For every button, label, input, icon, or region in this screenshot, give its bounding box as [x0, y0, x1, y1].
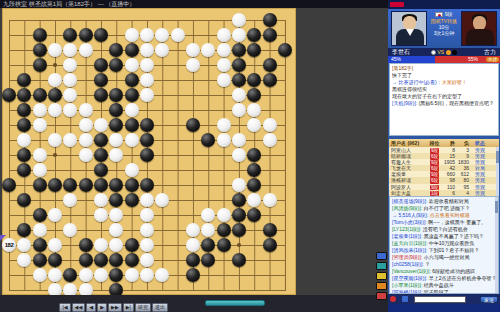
black-stone — [33, 88, 47, 102]
black-stone — [232, 223, 246, 237]
black-stone — [125, 178, 139, 192]
black-stone — [232, 208, 246, 222]
chat-box[interactable]: [棋圣道场(9段)]: 欢迎收看精彩对局[风清扬(9段)]: 白不行了吧 还能下… — [389, 196, 499, 294]
nav-button-[interactable]: ▶| — [123, 303, 134, 312]
black-stone — [263, 28, 277, 42]
black-stone — [33, 238, 47, 252]
white-stone — [125, 268, 139, 282]
user-list[interactable]: 阿里山人9段83旁观晴耕雨读6段159旁观有趣人生9段19051830旁观飞龙在… — [389, 147, 499, 196]
commentary-segment: → 比赛进行中(必看)： — [392, 79, 442, 85]
white-stone — [94, 118, 108, 132]
black-stone — [48, 88, 62, 102]
black-stone — [140, 118, 154, 132]
korea-flag-icon — [435, 12, 443, 17]
white-stone — [186, 223, 200, 237]
white-stone — [217, 28, 231, 42]
chat-segment: 小六与喝~~绝世对局 — [422, 254, 469, 260]
red-window-icon[interactable] — [376, 292, 387, 300]
white-stone — [48, 268, 62, 282]
commentary-segment: [第182手] — [392, 65, 413, 71]
white-stone — [232, 133, 246, 147]
black-stone-icon — [452, 50, 457, 55]
white-stone — [232, 13, 246, 27]
white-stone — [232, 103, 246, 117]
chat-segment: [Vancouver(1段)]: — [392, 268, 431, 274]
rank-label: 9段 — [445, 11, 453, 17]
black-stone — [140, 148, 154, 162]
black-stone — [263, 223, 277, 237]
col-status: 状态 — [470, 139, 490, 147]
white-stone — [140, 253, 154, 267]
black-stone — [186, 268, 200, 282]
white-stone — [33, 103, 47, 117]
chat-segment: 早上2点还在分析机会争夺呀？ — [427, 275, 496, 281]
black-stone — [263, 238, 277, 252]
white-stone — [217, 133, 231, 147]
black-stone — [232, 193, 246, 207]
go-client-window: 九段棋室 棋圣战第1局（第182手） — （直播中） 182 |◀◀◀◀▶▶▶▶… — [0, 0, 500, 312]
col-username: 用户名 (962) — [389, 139, 427, 147]
chat-segment: [风清扬(9段)]: — [392, 205, 422, 211]
nav-button-研究[interactable]: 研究 — [135, 303, 151, 312]
white-stone — [140, 43, 154, 57]
chat-segment: 欢迎收看精彩对局 — [427, 198, 468, 204]
white-stone — [125, 163, 139, 177]
white-stone — [217, 118, 231, 132]
white-stone-icon — [431, 50, 436, 55]
chat-segment: ？ — [424, 261, 430, 267]
chat-segment: [Tom小虎(3段)]: — [392, 219, 427, 225]
commentary-line: 现在最大的官子在右下的定型了 — [392, 93, 496, 100]
match-info: 9段 围棋TV转播 10分 3次1分钟 对局中 — [430, 11, 458, 46]
commentary-segment: 大家好呀！ — [442, 79, 467, 85]
orange-window-icon[interactable] — [376, 282, 387, 290]
chat-segment: [棋圣道场(9段)]: — [392, 198, 427, 204]
black-stone — [94, 88, 108, 102]
white-stone — [263, 133, 277, 147]
black-stone — [79, 238, 93, 252]
black-stone — [33, 28, 47, 42]
avatar-suit — [466, 29, 494, 46]
white-stone — [171, 28, 185, 42]
col-wins: 胜 — [442, 139, 456, 147]
commentary-line: → 比赛进行中(必看)：大家好呀！ — [392, 79, 496, 86]
black-stone — [94, 73, 108, 87]
white-stone — [232, 28, 246, 42]
black-stone — [125, 253, 139, 267]
white-stone — [140, 58, 154, 72]
black-stone — [232, 73, 246, 87]
white-stone — [232, 148, 246, 162]
white-stone — [48, 43, 62, 57]
user-losses: 4 — [456, 190, 470, 196]
chat-segment: 中午10万观众看胜负 — [427, 240, 474, 246]
black-stone — [2, 88, 16, 102]
black-stone — [79, 253, 93, 267]
chat-segment: [ch0258(1段)]: — [392, 261, 424, 267]
player-names-row: 李世石 VS 古力 — [388, 48, 500, 56]
white-stone — [94, 193, 108, 207]
white-stone — [79, 133, 93, 147]
black-stone — [79, 28, 93, 42]
font-color-icon[interactable] — [402, 296, 408, 302]
white-stone — [140, 268, 154, 282]
broadcast-badge-icon — [390, 2, 404, 7]
support-vote-bar[interactable]: 45% 55% 支持 — [388, 56, 500, 63]
commentary-box[interactable]: [第182手]快下完了→ 比赛进行中(必看)：大家好呀！黑棋连得很结实现在最大的… — [389, 63, 499, 136]
floating-tool-icons — [376, 252, 388, 302]
window-title-bar: 九段棋室 棋圣战第1局（第182手） — （直播中） — [0, 0, 388, 8]
chat-line: [Vancouver(1段)]: 6段献给成功的感叹 — [392, 268, 496, 275]
black-stone — [79, 178, 93, 192]
chat-segment: 点击查看实时棋谱 — [428, 212, 469, 218]
white-stone — [263, 193, 277, 207]
black-stone — [232, 58, 246, 72]
white-stone — [217, 208, 231, 222]
black-stone — [140, 178, 154, 192]
black-stone — [217, 223, 231, 237]
commentary-line: 快下完了 — [392, 72, 496, 79]
commentary-line: 黑棋连得很结实 — [392, 86, 496, 93]
user-rank-badge: 1段 — [427, 190, 442, 196]
white-stone — [48, 133, 62, 147]
chat-segment: [老顽童(1段)]: — [392, 233, 422, 239]
avatar-face — [473, 16, 486, 30]
avatar-face — [403, 16, 416, 30]
chat-line: [清风徐来(1段)]: 下到01？君子不贴目？ — [392, 247, 496, 254]
board-toolbar: |◀◀◀◀▶▶▶▶|研究退出 — [0, 295, 388, 312]
black-stone — [33, 253, 47, 267]
black-stone — [125, 238, 139, 252]
black-stone — [125, 88, 139, 102]
black-stone — [94, 253, 108, 267]
black-stone — [48, 253, 62, 267]
black-stone — [186, 118, 200, 132]
chat-line: [LY123(1段)]: 没有吧？白还有机会 — [392, 226, 496, 233]
black-stone — [33, 43, 47, 57]
emoticon-icon[interactable] — [390, 296, 396, 302]
chat-line: [老顽童(1段)]: 黑这盘不真赢了？还下吗？ — [392, 233, 496, 240]
white-stone — [140, 73, 154, 87]
black-stone — [94, 133, 108, 147]
chat-segment: 白不行了吧 还能下？ — [422, 205, 470, 211]
black-stone — [2, 178, 16, 192]
support-right-percent: 55% — [468, 56, 478, 63]
send-button[interactable]: 发送 — [480, 296, 498, 303]
col-rank: 段位 — [427, 139, 442, 147]
white-stone — [125, 103, 139, 117]
white-stone — [186, 238, 200, 252]
chat-line: [小苹果(1段)]: 经典中盘战斗 — [392, 282, 496, 289]
white-stone — [94, 208, 108, 222]
white-stone — [140, 208, 154, 222]
white-stone — [79, 268, 93, 282]
byoyomi-label: 3次1分钟 — [430, 30, 458, 36]
chat-segment: [清风徐来(1段)]: — [392, 247, 427, 253]
game-info-panel: 9段 围棋TV转播 10分 3次1分钟 对局中 李世石 VS 古力 — [388, 0, 500, 312]
white-stone — [232, 88, 246, 102]
black-player-avatar — [391, 11, 427, 46]
chat-line: [ch0258(1段)]: ？ — [392, 261, 496, 268]
white-stone — [33, 163, 47, 177]
nav-button-[interactable]: ◀ — [86, 303, 96, 312]
black-stone — [278, 43, 292, 57]
commentary-segment: 黑棋连得很结实 — [392, 86, 427, 92]
black-stone — [140, 133, 154, 147]
white-stone — [186, 58, 200, 72]
star-point — [53, 63, 57, 67]
chat-segment: → 5,516人(9段): — [392, 212, 428, 218]
black-stone — [94, 28, 108, 42]
white-stone — [217, 43, 231, 57]
white-stone — [79, 148, 93, 162]
panel-bottom-strip: 互联星空 — [388, 304, 500, 312]
chat-line: → 5,516人(9段): 点击查看实时棋谱 — [392, 212, 496, 219]
white-stone — [33, 268, 47, 282]
white-player-name: 古力 — [484, 48, 496, 56]
chat-line: [蓝天白云(1段)]: 中午10万观众看胜负 — [392, 240, 496, 247]
white-stone — [94, 238, 108, 252]
white-stone — [33, 118, 47, 132]
white-stone — [79, 43, 93, 57]
commentary-segment: [天机(9段)]: — [392, 100, 417, 106]
nav-button-[interactable]: ▶▶ — [108, 303, 122, 312]
commentary-segment: 现在最大的官子在右下的定型了 — [392, 93, 462, 99]
commentary-line: [第182手] — [392, 65, 496, 72]
navigation-buttons: |◀◀◀◀▶▶▶▶|研究退出 — [59, 295, 168, 312]
black-stone — [263, 13, 277, 27]
last-move-marker-icon — [0, 235, 6, 242]
chat-line: [棋圣道场(9段)]: 欢迎收看精彩对局 — [392, 198, 496, 205]
nav-button-[interactable]: ▶ — [97, 303, 107, 312]
chat-line: [星空夜雨(1段)]: 早上2点还在分析机会争夺呀？ — [392, 275, 496, 282]
black-stone — [94, 148, 108, 162]
black-stone — [33, 58, 47, 72]
black-stone — [263, 73, 277, 87]
players-area: 9段 围棋TV转播 10分 3次1分钟 对局中 — [388, 9, 500, 48]
star-point — [53, 153, 57, 157]
chat-segment: 没有吧？白还有机会 — [421, 226, 467, 232]
nav-button-[interactable]: |◀ — [59, 303, 70, 312]
black-stone — [125, 118, 139, 132]
black-stone — [125, 43, 139, 57]
black-stone — [263, 58, 277, 72]
commentary-segment: 快下完了 — [392, 72, 412, 78]
black-stone — [33, 208, 47, 222]
nav-button-退出[interactable]: 退出 — [152, 303, 168, 312]
teal-window-icon[interactable] — [376, 262, 387, 270]
white-stone — [48, 73, 62, 87]
white-stone — [140, 28, 154, 42]
go-board[interactable]: 182 — [2, 8, 296, 295]
smiley-icon — [446, 50, 451, 55]
user-list-header: 用户名 (962) 段位 胜 负 状态 — [389, 139, 499, 147]
white-stone — [232, 178, 246, 192]
black-stone — [33, 178, 47, 192]
support-left-percent: 45% — [391, 56, 401, 63]
chat-segment: 黑这盘不真赢了？还下吗？ — [422, 233, 483, 239]
nav-button-[interactable]: ◀◀ — [72, 303, 86, 312]
support-button[interactable]: 支持 — [486, 57, 499, 62]
white-stone — [140, 223, 154, 237]
chat-segment: [管理员(9段)]: — [392, 254, 422, 260]
commentary-segment: (黑贴6.5目)，现在黑稍便宜点吧？ — [417, 100, 494, 106]
white-stone — [186, 43, 200, 57]
chat-line: [风清扬(9段)]: 白不行了吧 还能下？ — [392, 205, 496, 212]
commentary-line: [天机(9段)]: (黑贴6.5目)，现在黑稍便宜点吧？ — [392, 100, 496, 107]
white-stone — [33, 148, 47, 162]
chat-input[interactable] — [414, 296, 466, 303]
user-name: 剑走大盘 — [389, 190, 427, 196]
white-player-avatar — [461, 11, 497, 46]
black-stone — [48, 178, 62, 192]
white-stone — [33, 223, 47, 237]
black-stone — [232, 253, 246, 267]
black-stone — [217, 238, 231, 252]
white-stone — [79, 118, 93, 132]
chat-segment: 经典中盘战斗 — [422, 282, 453, 288]
yellow-window-icon[interactable] — [376, 272, 387, 280]
star-point — [237, 243, 241, 247]
black-stone — [232, 43, 246, 57]
user-list-scrollbar[interactable] — [496, 147, 499, 196]
chat-segment: [小苹果(1段)]: — [392, 282, 422, 288]
col-losses: 负 — [456, 139, 470, 147]
window-title: 九段棋室 棋圣战第1局（第182手） — （直播中） — [3, 1, 135, 7]
panel-title-bar — [388, 0, 500, 9]
white-stone — [48, 208, 62, 222]
white-stone — [125, 28, 139, 42]
chat-segment: [LY123(1段)]: — [392, 226, 421, 232]
white-stone — [140, 88, 154, 102]
white-stone — [79, 103, 93, 117]
vs-label: VS — [437, 49, 444, 55]
white-stone — [140, 193, 154, 207]
chat-segment: 啊----，这棋黑牛 要赢了。 — [427, 219, 486, 225]
white-stone — [140, 238, 154, 252]
black-stone — [94, 163, 108, 177]
move-progress-slider[interactable] — [205, 300, 265, 306]
white-stone — [217, 58, 231, 72]
chat-segment: 6段献给成功的感叹 — [431, 268, 475, 274]
user-wins: 6 — [442, 190, 456, 196]
black-stone — [125, 193, 139, 207]
white-stone — [48, 238, 62, 252]
chat-line: [管理员(9段)]: 小六与喝~~绝世对局 — [392, 254, 496, 261]
white-stone — [125, 58, 139, 72]
black-stone — [94, 58, 108, 72]
chat-input-row: 发送 — [388, 294, 500, 304]
white-stone — [125, 133, 139, 147]
blue-window-icon[interactable] — [376, 252, 387, 260]
black-stone — [94, 178, 108, 192]
white-stone — [94, 268, 108, 282]
chat-segment: [星空夜雨(1段)]: — [392, 275, 427, 281]
black-stone — [125, 73, 139, 87]
user-list-row[interactable]: 剑走大盘1段64旁观 — [389, 190, 499, 196]
white-stone — [217, 73, 231, 87]
chat-scrollbar[interactable] — [495, 197, 498, 293]
chat-line: [Tom小虎(3段)]: 啊----，这棋黑牛 要赢了。 — [392, 219, 496, 226]
user-status: 旁观 — [470, 190, 490, 196]
white-stone — [48, 103, 62, 117]
black-stone — [186, 253, 200, 267]
white-stone — [263, 118, 277, 132]
chat-segment: [蓝天白云(1段)]: — [392, 240, 427, 246]
chat-segment: 下到01？君子不贴目？ — [427, 247, 479, 253]
